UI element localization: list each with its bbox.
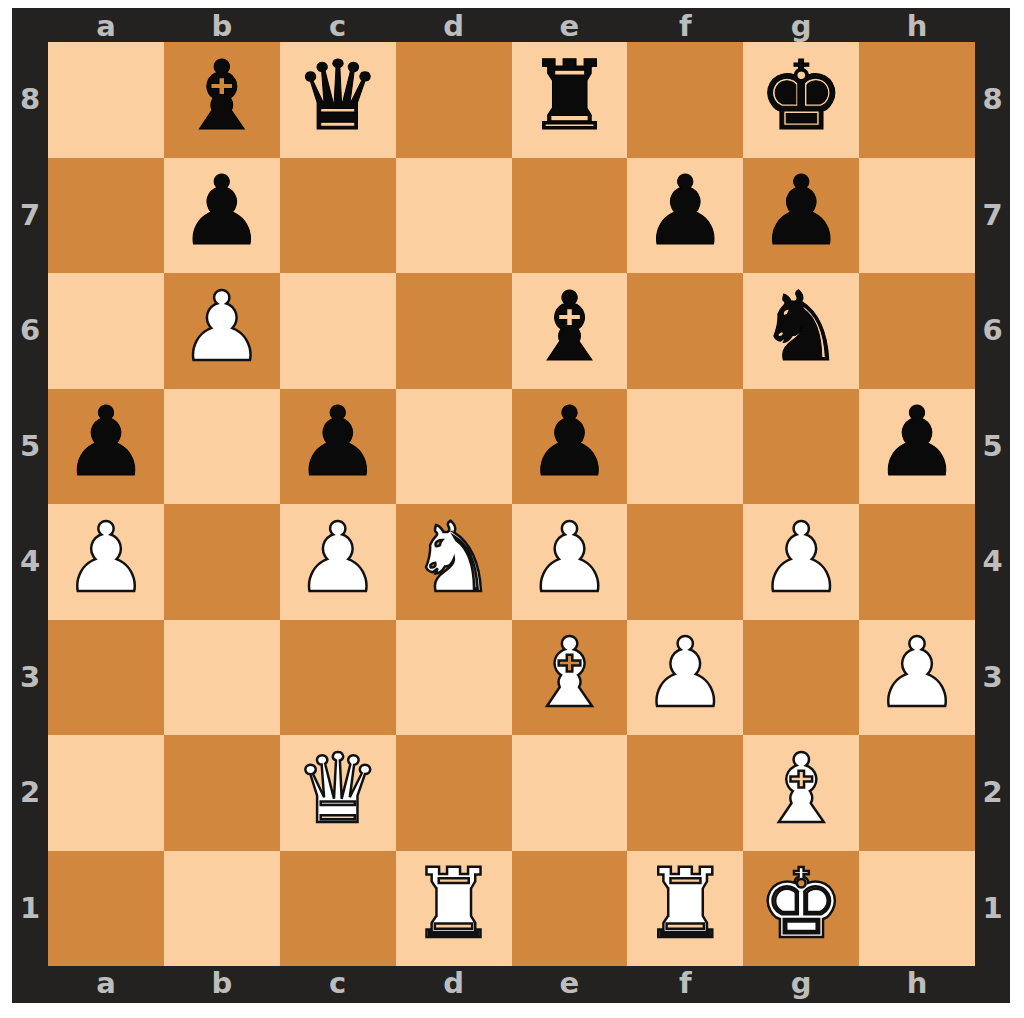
- square-e3[interactable]: ♝: [512, 620, 628, 736]
- white-pawn-h3[interactable]: ♟: [874, 625, 960, 721]
- square-c6[interactable]: [280, 273, 396, 389]
- white-pawn-a4[interactable]: ♟: [63, 510, 149, 606]
- rank-label-6-right: 6: [975, 273, 1010, 389]
- rank-label-8-left: 8: [12, 42, 48, 158]
- rank-labels-right: 87654321: [975, 42, 1010, 966]
- file-label-b-bottom: b: [164, 966, 280, 1003]
- square-b4[interactable]: [164, 504, 280, 620]
- square-e5[interactable]: ♟: [512, 389, 628, 505]
- square-c2[interactable]: ♛: [280, 735, 396, 851]
- file-label-c-top: c: [280, 8, 396, 42]
- white-bishop-g2[interactable]: ♝: [758, 741, 844, 837]
- square-h1[interactable]: [859, 851, 975, 967]
- rank-label-1-right: 1: [975, 851, 1010, 967]
- rank-label-4-right: 4: [975, 504, 1010, 620]
- square-a4[interactable]: ♟: [48, 504, 164, 620]
- file-label-f-top: f: [627, 8, 743, 42]
- black-pawn-g7[interactable]: ♟: [758, 163, 844, 259]
- rank-label-7-right: 7: [975, 158, 1010, 274]
- square-b3[interactable]: [164, 620, 280, 736]
- white-king-g1[interactable]: ♚: [758, 856, 844, 952]
- black-bishop-b8[interactable]: ♝: [179, 48, 265, 144]
- square-d5[interactable]: [396, 389, 512, 505]
- square-b6[interactable]: ♟: [164, 273, 280, 389]
- white-bishop-e3[interactable]: ♝: [526, 625, 612, 721]
- rank-label-5-left: 5: [12, 389, 48, 505]
- chess-board: ♝♛♜♚♟♟♟♟♝♞♟♟♟♟♟♟♞♟♟♝♟♟♛♝♜♜♚: [48, 42, 975, 966]
- black-pawn-a5[interactable]: ♟: [63, 394, 149, 490]
- square-f1[interactable]: ♜: [627, 851, 743, 967]
- rank-labels-left: 87654321: [12, 42, 48, 966]
- chess-board-frame: abcdefgh 87654321 ♝♛♜♚♟♟♟♟♝♞♟♟♟♟♟♟♞♟♟♝♟♟…: [12, 8, 1010, 1003]
- square-h5[interactable]: ♟: [859, 389, 975, 505]
- square-e8[interactable]: ♜: [512, 42, 628, 158]
- black-pawn-f7[interactable]: ♟: [642, 163, 728, 259]
- white-queen-c2[interactable]: ♛: [295, 741, 381, 837]
- square-c5[interactable]: ♟: [280, 389, 396, 505]
- square-a1[interactable]: [48, 851, 164, 967]
- square-a7[interactable]: [48, 158, 164, 274]
- file-label-h-top: h: [859, 8, 975, 42]
- square-d7[interactable]: [396, 158, 512, 274]
- square-d2[interactable]: [396, 735, 512, 851]
- square-e6[interactable]: ♝: [512, 273, 628, 389]
- square-g1[interactable]: ♚: [743, 851, 859, 967]
- square-f7[interactable]: ♟: [627, 158, 743, 274]
- white-pawn-e4[interactable]: ♟: [526, 510, 612, 606]
- square-h7[interactable]: [859, 158, 975, 274]
- square-f6[interactable]: [627, 273, 743, 389]
- square-g4[interactable]: ♟: [743, 504, 859, 620]
- square-a8[interactable]: [48, 42, 164, 158]
- rank-label-8-right: 8: [975, 42, 1010, 158]
- white-pawn-b6[interactable]: ♟: [179, 279, 265, 375]
- white-rook-f1[interactable]: ♜: [642, 856, 728, 952]
- square-g5[interactable]: [743, 389, 859, 505]
- rank-label-6-left: 6: [12, 273, 48, 389]
- file-labels-top: abcdefgh: [48, 8, 975, 42]
- rank-label-4-left: 4: [12, 504, 48, 620]
- file-label-a-bottom: a: [48, 966, 164, 1003]
- white-knight-d4[interactable]: ♞: [411, 510, 497, 606]
- square-e7[interactable]: [512, 158, 628, 274]
- white-pawn-f3[interactable]: ♟: [642, 625, 728, 721]
- file-label-a-top: a: [48, 8, 164, 42]
- black-bishop-e6[interactable]: ♝: [526, 279, 612, 375]
- black-pawn-b7[interactable]: ♟: [179, 163, 265, 259]
- square-a3[interactable]: [48, 620, 164, 736]
- black-knight-g6[interactable]: ♞: [758, 279, 844, 375]
- square-f3[interactable]: ♟: [627, 620, 743, 736]
- file-label-f-bottom: f: [627, 966, 743, 1003]
- square-f2[interactable]: [627, 735, 743, 851]
- rank-label-2-right: 2: [975, 735, 1010, 851]
- rank-label-1-left: 1: [12, 851, 48, 967]
- file-label-h-bottom: h: [859, 966, 975, 1003]
- rank-label-2-left: 2: [12, 735, 48, 851]
- black-queen-c8[interactable]: ♛: [295, 48, 381, 144]
- square-b5[interactable]: [164, 389, 280, 505]
- square-e1[interactable]: [512, 851, 628, 967]
- file-label-e-bottom: e: [512, 966, 628, 1003]
- square-f5[interactable]: [627, 389, 743, 505]
- square-c3[interactable]: [280, 620, 396, 736]
- square-a5[interactable]: ♟: [48, 389, 164, 505]
- rank-label-7-left: 7: [12, 158, 48, 274]
- square-e4[interactable]: ♟: [512, 504, 628, 620]
- square-h3[interactable]: ♟: [859, 620, 975, 736]
- white-rook-d1[interactable]: ♜: [411, 856, 497, 952]
- white-pawn-g4[interactable]: ♟: [758, 510, 844, 606]
- square-g6[interactable]: ♞: [743, 273, 859, 389]
- black-rook-e8[interactable]: ♜: [526, 48, 612, 144]
- square-f8[interactable]: [627, 42, 743, 158]
- file-label-g-top: g: [743, 8, 859, 42]
- file-label-g-bottom: g: [743, 966, 859, 1003]
- file-labels-bottom: abcdefgh: [48, 966, 975, 1003]
- square-c4[interactable]: ♟: [280, 504, 396, 620]
- square-b8[interactable]: ♝: [164, 42, 280, 158]
- file-label-c-bottom: c: [280, 966, 396, 1003]
- square-d4[interactable]: ♞: [396, 504, 512, 620]
- square-h4[interactable]: [859, 504, 975, 620]
- file-label-e-top: e: [512, 8, 628, 42]
- square-d6[interactable]: [396, 273, 512, 389]
- black-pawn-h5[interactable]: ♟: [874, 394, 960, 490]
- square-e2[interactable]: [512, 735, 628, 851]
- square-g3[interactable]: [743, 620, 859, 736]
- black-king-g8[interactable]: ♚: [758, 48, 844, 144]
- black-pawn-c5[interactable]: ♟: [295, 394, 381, 490]
- file-label-d-top: d: [396, 8, 512, 42]
- square-g2[interactable]: ♝: [743, 735, 859, 851]
- square-h8[interactable]: [859, 42, 975, 158]
- square-c7[interactable]: [280, 158, 396, 274]
- square-a2[interactable]: [48, 735, 164, 851]
- rank-label-5-right: 5: [975, 389, 1010, 505]
- square-a6[interactable]: [48, 273, 164, 389]
- file-label-b-top: b: [164, 8, 280, 42]
- square-h6[interactable]: [859, 273, 975, 389]
- rank-label-3-left: 3: [12, 620, 48, 736]
- square-f4[interactable]: [627, 504, 743, 620]
- square-d1[interactable]: ♜: [396, 851, 512, 967]
- black-pawn-e5[interactable]: ♟: [526, 394, 612, 490]
- square-b7[interactable]: ♟: [164, 158, 280, 274]
- rank-label-3-right: 3: [975, 620, 1010, 736]
- square-b2[interactable]: [164, 735, 280, 851]
- file-label-d-bottom: d: [396, 966, 512, 1003]
- white-pawn-c4[interactable]: ♟: [295, 510, 381, 606]
- square-g7[interactable]: ♟: [743, 158, 859, 274]
- square-d3[interactable]: [396, 620, 512, 736]
- square-c8[interactable]: ♛: [280, 42, 396, 158]
- square-d8[interactable]: [396, 42, 512, 158]
- square-c1[interactable]: [280, 851, 396, 967]
- square-h2[interactable]: [859, 735, 975, 851]
- square-g8[interactable]: ♚: [743, 42, 859, 158]
- square-b1[interactable]: [164, 851, 280, 967]
